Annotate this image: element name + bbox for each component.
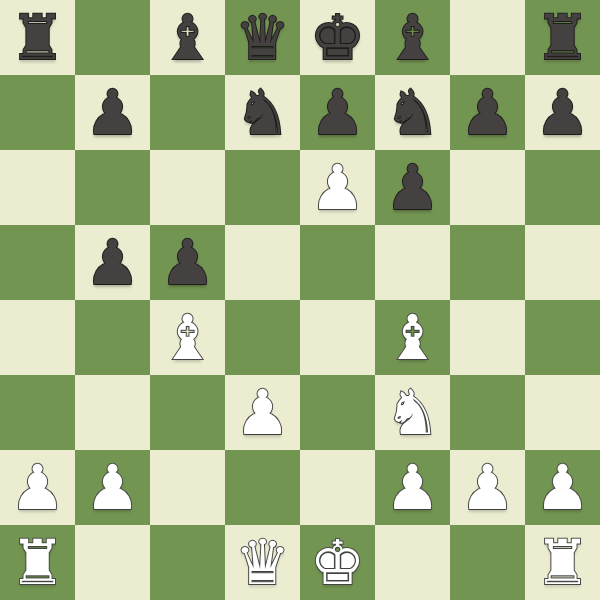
square-e1[interactable]: ♚: [300, 525, 375, 600]
square-h1[interactable]: ♜: [525, 525, 600, 600]
black-pawn[interactable]: ♟: [310, 82, 366, 144]
black-pawn[interactable]: ♟: [535, 82, 591, 144]
black-bishop[interactable]: ♝: [160, 7, 216, 69]
square-a7[interactable]: [0, 75, 75, 150]
square-e3[interactable]: [300, 375, 375, 450]
square-b4[interactable]: [75, 300, 150, 375]
square-e8[interactable]: ♚: [300, 0, 375, 75]
black-pawn[interactable]: ♟: [385, 157, 441, 219]
square-g2[interactable]: ♟: [450, 450, 525, 525]
square-b1[interactable]: [75, 525, 150, 600]
black-pawn[interactable]: ♟: [85, 232, 141, 294]
square-f4[interactable]: ♝: [375, 300, 450, 375]
square-e5[interactable]: [300, 225, 375, 300]
square-c4[interactable]: ♝: [150, 300, 225, 375]
white-pawn[interactable]: ♟: [10, 457, 66, 519]
square-a6[interactable]: [0, 150, 75, 225]
square-h4[interactable]: [525, 300, 600, 375]
white-queen[interactable]: ♛: [235, 532, 291, 594]
square-d7[interactable]: ♞: [225, 75, 300, 150]
white-rook[interactable]: ♜: [535, 532, 591, 594]
square-f1[interactable]: [375, 525, 450, 600]
square-c8[interactable]: ♝: [150, 0, 225, 75]
square-f3[interactable]: ♞: [375, 375, 450, 450]
square-a4[interactable]: [0, 300, 75, 375]
square-c1[interactable]: [150, 525, 225, 600]
square-a1[interactable]: ♜: [0, 525, 75, 600]
white-pawn[interactable]: ♟: [235, 382, 291, 444]
square-f5[interactable]: [375, 225, 450, 300]
square-d4[interactable]: [225, 300, 300, 375]
square-h2[interactable]: ♟: [525, 450, 600, 525]
square-d3[interactable]: ♟: [225, 375, 300, 450]
square-e6[interactable]: ♟: [300, 150, 375, 225]
square-c6[interactable]: [150, 150, 225, 225]
square-b3[interactable]: [75, 375, 150, 450]
white-pawn[interactable]: ♟: [460, 457, 516, 519]
square-a8[interactable]: ♜: [0, 0, 75, 75]
square-h7[interactable]: ♟: [525, 75, 600, 150]
square-c5[interactable]: ♟: [150, 225, 225, 300]
square-b6[interactable]: [75, 150, 150, 225]
square-e7[interactable]: ♟: [300, 75, 375, 150]
black-rook[interactable]: ♜: [535, 7, 591, 69]
square-c2[interactable]: [150, 450, 225, 525]
square-d1[interactable]: ♛: [225, 525, 300, 600]
square-d8[interactable]: ♛: [225, 0, 300, 75]
square-h8[interactable]: ♜: [525, 0, 600, 75]
square-g4[interactable]: [450, 300, 525, 375]
square-f7[interactable]: ♞: [375, 75, 450, 150]
white-rook[interactable]: ♜: [10, 532, 66, 594]
square-d2[interactable]: [225, 450, 300, 525]
white-pawn[interactable]: ♟: [535, 457, 591, 519]
square-b7[interactable]: ♟: [75, 75, 150, 150]
square-h6[interactable]: [525, 150, 600, 225]
white-pawn[interactable]: ♟: [385, 457, 441, 519]
square-g7[interactable]: ♟: [450, 75, 525, 150]
square-e4[interactable]: [300, 300, 375, 375]
square-c7[interactable]: [150, 75, 225, 150]
square-d6[interactable]: [225, 150, 300, 225]
square-h5[interactable]: [525, 225, 600, 300]
white-knight[interactable]: ♞: [385, 382, 441, 444]
white-pawn[interactable]: ♟: [310, 157, 366, 219]
white-bishop[interactable]: ♝: [385, 307, 441, 369]
square-g3[interactable]: [450, 375, 525, 450]
black-queen[interactable]: ♛: [235, 7, 291, 69]
square-g5[interactable]: [450, 225, 525, 300]
white-pawn[interactable]: ♟: [85, 457, 141, 519]
square-g6[interactable]: [450, 150, 525, 225]
black-knight[interactable]: ♞: [235, 82, 291, 144]
square-f2[interactable]: ♟: [375, 450, 450, 525]
square-a2[interactable]: ♟: [0, 450, 75, 525]
square-f8[interactable]: ♝: [375, 0, 450, 75]
square-c3[interactable]: [150, 375, 225, 450]
black-bishop[interactable]: ♝: [385, 7, 441, 69]
square-g8[interactable]: [450, 0, 525, 75]
square-f6[interactable]: ♟: [375, 150, 450, 225]
square-d5[interactable]: [225, 225, 300, 300]
black-rook[interactable]: ♜: [10, 7, 66, 69]
square-e2[interactable]: [300, 450, 375, 525]
square-a5[interactable]: [0, 225, 75, 300]
white-king[interactable]: ♚: [310, 532, 366, 594]
square-a3[interactable]: [0, 375, 75, 450]
black-king[interactable]: ♚: [310, 7, 366, 69]
black-pawn[interactable]: ♟: [460, 82, 516, 144]
black-pawn[interactable]: ♟: [160, 232, 216, 294]
square-h3[interactable]: [525, 375, 600, 450]
black-knight[interactable]: ♞: [385, 82, 441, 144]
square-g1[interactable]: [450, 525, 525, 600]
square-b2[interactable]: ♟: [75, 450, 150, 525]
black-pawn[interactable]: ♟: [85, 82, 141, 144]
square-b5[interactable]: ♟: [75, 225, 150, 300]
square-b8[interactable]: [75, 0, 150, 75]
white-bishop[interactable]: ♝: [160, 307, 216, 369]
chess-board: ♜♝♛♚♝♜♟♞♟♞♟♟♟♟♟♟♝♝♟♞♟♟♟♟♟♜♛♚♜: [0, 0, 600, 600]
